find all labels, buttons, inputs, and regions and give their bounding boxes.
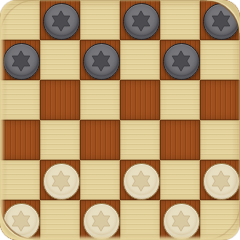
square-r4c3[interactable] — [120, 160, 160, 200]
square-r2c2 — [80, 80, 120, 120]
square-r3c2[interactable] — [80, 120, 120, 160]
square-r0c5[interactable] — [200, 0, 240, 40]
star-icon — [168, 48, 194, 74]
star-icon — [8, 48, 34, 74]
square-r5c5 — [200, 200, 240, 240]
light-piece[interactable] — [83, 203, 120, 240]
star-icon — [8, 208, 34, 234]
star-icon — [208, 8, 234, 34]
square-r2c1[interactable] — [40, 80, 80, 120]
light-piece[interactable] — [3, 203, 40, 240]
star-icon — [128, 8, 154, 34]
square-r1c5 — [200, 40, 240, 80]
square-r0c4 — [160, 0, 200, 40]
dark-piece[interactable] — [83, 43, 120, 80]
star-icon — [88, 208, 114, 234]
light-piece[interactable] — [43, 163, 80, 200]
checkers-app-icon — [0, 0, 240, 240]
square-r3c1 — [40, 120, 80, 160]
square-r4c5[interactable] — [200, 160, 240, 200]
square-r3c5 — [200, 120, 240, 160]
square-r0c1[interactable] — [40, 0, 80, 40]
light-piece[interactable] — [123, 163, 160, 200]
star-icon — [48, 168, 74, 194]
star-icon — [48, 8, 74, 34]
star-icon — [168, 208, 194, 234]
square-r1c3 — [120, 40, 160, 80]
square-r5c0[interactable] — [0, 200, 40, 240]
square-r4c2 — [80, 160, 120, 200]
square-r5c3 — [120, 200, 160, 240]
dark-piece[interactable] — [203, 3, 240, 40]
checkers-board — [0, 0, 240, 240]
square-r5c2[interactable] — [80, 200, 120, 240]
star-icon — [208, 168, 234, 194]
square-r0c2 — [80, 0, 120, 40]
square-r5c1 — [40, 200, 80, 240]
dark-piece[interactable] — [43, 3, 80, 40]
square-r4c4 — [160, 160, 200, 200]
square-r2c0 — [0, 80, 40, 120]
square-r5c4[interactable] — [160, 200, 200, 240]
square-r2c5[interactable] — [200, 80, 240, 120]
square-r3c3 — [120, 120, 160, 160]
square-r3c0[interactable] — [0, 120, 40, 160]
square-r1c4[interactable] — [160, 40, 200, 80]
dark-piece[interactable] — [163, 43, 200, 80]
square-r1c1 — [40, 40, 80, 80]
dark-piece[interactable] — [3, 43, 40, 80]
square-r1c2[interactable] — [80, 40, 120, 80]
square-r2c4 — [160, 80, 200, 120]
star-icon — [128, 168, 154, 194]
star-icon — [88, 48, 114, 74]
square-r1c0[interactable] — [0, 40, 40, 80]
light-piece[interactable] — [203, 163, 240, 200]
square-r4c0 — [0, 160, 40, 200]
square-r3c4[interactable] — [160, 120, 200, 160]
square-r0c3[interactable] — [120, 0, 160, 40]
square-r2c3[interactable] — [120, 80, 160, 120]
dark-piece[interactable] — [123, 3, 160, 40]
square-r4c1[interactable] — [40, 160, 80, 200]
square-r0c0 — [0, 0, 40, 40]
light-piece[interactable] — [163, 203, 200, 240]
